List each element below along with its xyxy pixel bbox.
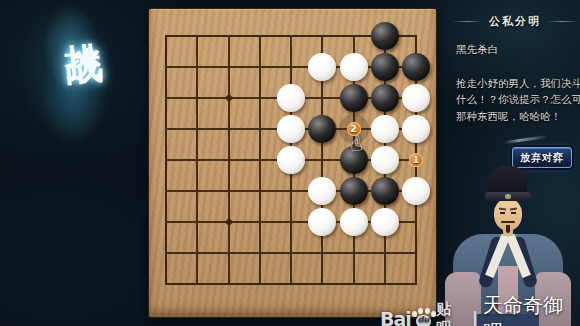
white-stone — [371, 115, 399, 143]
black-stone — [371, 53, 399, 81]
black-stone — [340, 177, 368, 205]
title-rule-right — [547, 21, 578, 22]
white-stone — [308, 53, 336, 81]
black-stone — [340, 84, 368, 112]
white-stone — [277, 146, 305, 174]
baidu-logo-text: Bai — [380, 308, 411, 326]
black-stone — [308, 115, 336, 143]
npc-hat-jade — [505, 194, 511, 199]
challenge-banner: 挑战 — [18, 2, 108, 152]
white-stone — [277, 84, 305, 112]
dialogue-line: 抢走小妤的男人，我们决斗吧！ — [456, 75, 578, 91]
npc-eye — [511, 212, 516, 214]
watermark-separator — [474, 311, 476, 326]
dialogue-line: 什么！？你说提示？怎么可能会有 — [456, 91, 578, 107]
white-stone — [402, 177, 430, 205]
white-stone — [308, 208, 336, 236]
npc-dialogue: 抢走小妤的男人，我们决斗吧！ 什么！？你说提示？怎么可能会有 那种东西呢，哈哈哈… — [456, 75, 578, 124]
challenge-banner-text: 挑战 — [54, 12, 105, 24]
puzzle-title: 公私分明 — [489, 14, 541, 29]
white-stone — [340, 208, 368, 236]
grid-line — [165, 252, 417, 254]
npc-eye — [500, 212, 505, 214]
panel-title-row: 公私分明 — [452, 14, 578, 29]
grid-line — [165, 283, 417, 285]
tieba-community-name: 天命奇御吧 — [483, 292, 580, 326]
goban-grid[interactable]: 21☝ — [166, 36, 416, 284]
move-hint-marker[interactable]: 1 — [409, 153, 423, 167]
dialogue-line: 那种东西呢，哈哈哈！ — [456, 108, 578, 124]
star-point — [224, 94, 232, 102]
puzzle-task: 黑先杀白 — [456, 43, 578, 57]
npc-goatee — [506, 225, 510, 233]
title-rule-left — [452, 21, 483, 22]
baidu-paw-du-text: du — [418, 315, 429, 324]
white-stone — [340, 53, 368, 81]
black-stone — [371, 22, 399, 50]
white-stone — [277, 115, 305, 143]
black-stone — [371, 84, 399, 112]
white-stone — [308, 177, 336, 205]
star-point — [224, 218, 232, 226]
black-stone — [371, 177, 399, 205]
baidu-paw-icon: du — [412, 308, 435, 326]
tieba-logo-text: 贴吧 — [436, 300, 465, 326]
give-up-game-button[interactable]: 放弃对弈 — [512, 147, 572, 168]
white-stone — [402, 84, 430, 112]
npc-mustache — [501, 221, 515, 223]
white-stone — [371, 146, 399, 174]
white-stone — [371, 208, 399, 236]
info-panel: 公私分明 黑先杀白 抢走小妤的男人，我们决斗吧！ 什么！？你说提示？怎么可能会有… — [452, 10, 578, 124]
white-stone — [402, 115, 430, 143]
tieba-watermark: Bai du 贴吧 天命奇御吧 — [380, 292, 580, 326]
goban-board[interactable]: 21☝ — [148, 8, 437, 318]
black-stone — [402, 53, 430, 81]
